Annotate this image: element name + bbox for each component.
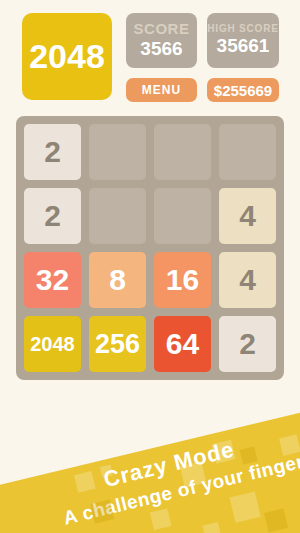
game-board[interactable]: 2 2 4 32 8 16 4 2048 256 64 2: [16, 116, 284, 380]
crazy-mode-banner[interactable]: Crazy Mode A challenge of your fingers: [0, 399, 300, 533]
cell-3-1: 256: [89, 316, 146, 372]
cell-2-0: 32: [24, 252, 81, 308]
cell-3-2: 64: [154, 316, 211, 372]
cell-3-0: 2048: [24, 316, 81, 372]
cell-0-2: [154, 124, 211, 180]
high-score-box: HIGH SCORE 35661: [207, 13, 279, 68]
cell-0-3: [219, 124, 276, 180]
cash-button[interactable]: $255669: [207, 78, 279, 102]
cell-3-3: 2: [219, 316, 276, 372]
high-score-value: 35661: [207, 35, 279, 57]
cell-0-1: [89, 124, 146, 180]
mosaic-square: [150, 508, 172, 530]
high-score-label: HIGH SCORE: [207, 23, 279, 34]
mosaic-square: [90, 500, 114, 524]
mosaic-square: [264, 508, 288, 532]
mosaic-square: [202, 522, 221, 533]
cell-2-1: 8: [89, 252, 146, 308]
cell-1-0: 2: [24, 188, 81, 244]
cell-1-2: [154, 188, 211, 244]
score-box: SCORE 3566: [126, 13, 197, 68]
cell-1-3: 4: [219, 188, 276, 244]
mosaic-square: [229, 492, 260, 523]
logo-2048-tile: 2048: [22, 13, 112, 100]
score-label: SCORE: [126, 20, 197, 37]
cell-0-0: 2: [24, 124, 81, 180]
score-value: 3566: [126, 38, 197, 60]
cell-2-3: 4: [219, 252, 276, 308]
cell-2-2: 16: [154, 252, 211, 308]
cell-1-1: [89, 188, 146, 244]
menu-button[interactable]: MENU: [126, 78, 197, 102]
app-screen: 2048 SCORE 3566 HIGH SCORE 35661 MENU $2…: [0, 0, 300, 533]
